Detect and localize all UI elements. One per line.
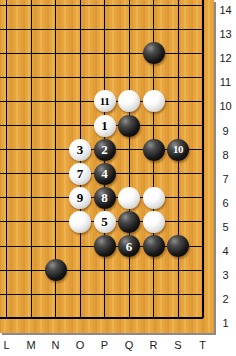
col-label-N: N [52,339,60,351]
row-label-10: 10 [219,100,231,112]
stone-black-R8[interactable] [143,139,165,161]
row-label-12: 12 [219,52,231,64]
move-number: 9 [77,191,84,204]
stone-black-P6[interactable]: 8 [94,187,116,209]
move-number: 7 [77,167,84,180]
stone-black-Q4[interactable]: 6 [118,235,140,257]
stone-black-R4[interactable] [143,235,165,257]
row-label-14: 14 [219,4,231,16]
row-label-3: 3 [222,269,228,281]
stone-white-O7[interactable]: 7 [69,163,91,185]
stone-black-S8[interactable]: 10 [167,139,189,161]
stone-black-S4[interactable] [167,235,189,257]
move-number: 8 [101,191,108,204]
row-label-7: 7 [222,173,228,185]
move-number: 10 [173,144,183,155]
row-label-2: 2 [222,293,228,305]
row-label-8: 8 [222,149,228,161]
stone-black-N3[interactable] [45,259,67,281]
col-label-Q: Q [125,339,134,351]
stone-white-R10[interactable] [143,90,165,112]
move-number: 6 [126,240,133,253]
stone-black-P4[interactable] [94,235,116,257]
stone-white-R6[interactable] [143,187,165,209]
row-label-9: 9 [222,125,228,137]
go-board[interactable]: 1113210749856 [0,0,214,333]
stone-white-O8[interactable]: 3 [69,139,91,161]
row-label-1: 1 [222,317,228,329]
row-label-6: 6 [222,197,228,209]
move-number: 2 [101,143,108,156]
move-number: 5 [101,215,108,228]
col-label-M: M [26,339,35,351]
stone-white-P10[interactable]: 11 [94,90,116,112]
col-label-L: L [3,339,9,351]
stone-white-P9[interactable]: 1 [94,115,116,137]
col-label-S: S [174,339,181,351]
stone-black-P8[interactable]: 2 [94,139,116,161]
stone-white-O6[interactable]: 9 [69,187,91,209]
row-label-13: 13 [219,28,231,40]
stone-white-R5[interactable] [143,211,165,233]
stone-black-Q9[interactable] [118,115,140,137]
row-label-4: 4 [222,245,228,257]
move-number: 11 [100,96,109,107]
move-number: 3 [77,143,84,156]
stone-black-P7[interactable]: 4 [94,163,116,185]
stone-white-Q6[interactable] [118,187,140,209]
row-label-5: 5 [222,221,228,233]
stone-white-O5[interactable] [69,211,91,233]
col-label-O: O [76,339,85,351]
stone-black-R12[interactable] [143,42,165,64]
row-label-11: 11 [220,76,231,88]
col-label-T: T [199,339,206,351]
move-number: 1 [101,119,108,132]
go-diagram: 1113210749856 1413121110987654321 LMNOPQ… [0,0,236,356]
col-label-R: R [150,339,158,351]
col-label-P: P [101,339,108,351]
move-number: 4 [101,167,108,180]
stone-black-Q5[interactable] [118,211,140,233]
stone-white-P5[interactable]: 5 [94,211,116,233]
